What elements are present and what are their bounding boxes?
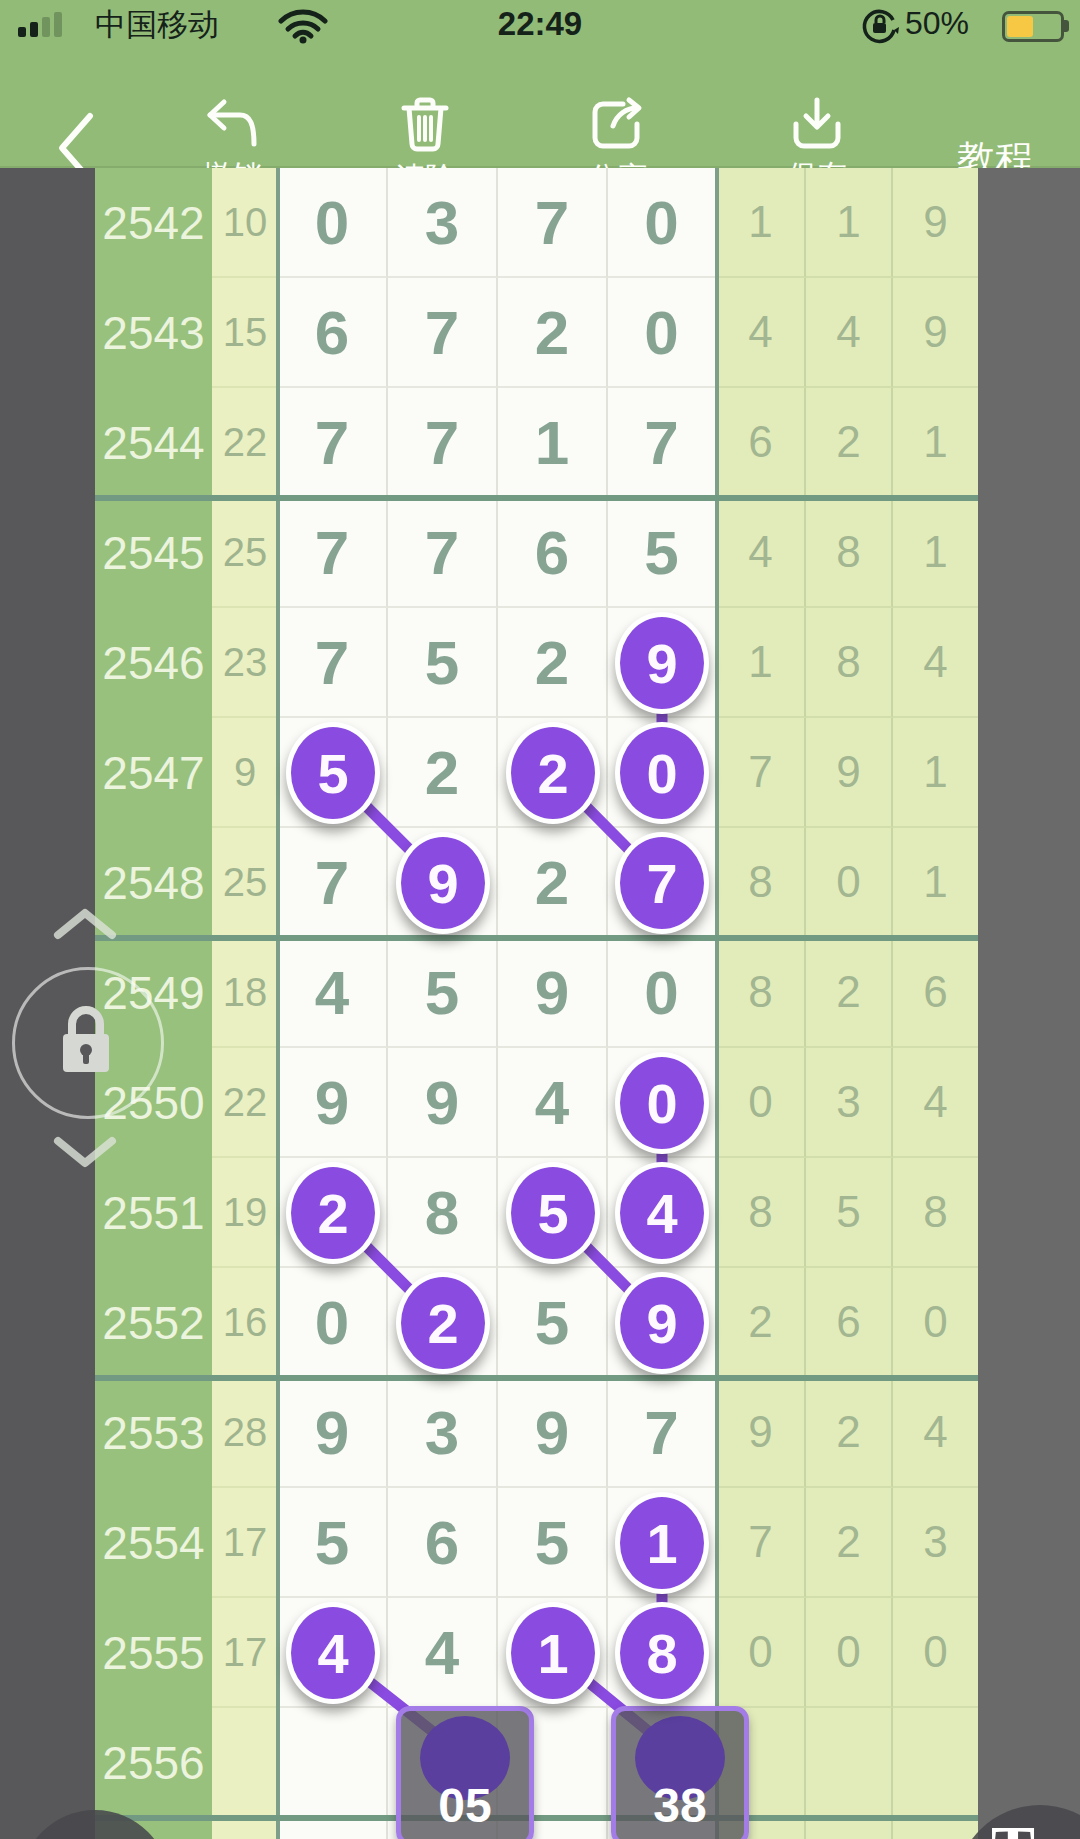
cell-2549-r3[interactable]: 6 bbox=[893, 938, 978, 1048]
cell-2545-d1[interactable]: 7 bbox=[278, 498, 388, 608]
cell-2542-r2[interactable]: 1 bbox=[806, 168, 893, 278]
cell-2543-r2[interactable]: 4 bbox=[806, 278, 893, 388]
cell-2542-d1[interactable]: 0 bbox=[278, 168, 388, 278]
cell-2542-r1[interactable]: 1 bbox=[717, 168, 806, 278]
cell-2550-r1[interactable]: 0 bbox=[717, 1048, 806, 1158]
cell-2542-r3[interactable]: 9 bbox=[893, 168, 978, 278]
issue-cell-2543: 2543 bbox=[95, 278, 212, 388]
cell-2542-d3[interactable]: 7 bbox=[498, 168, 608, 278]
selection-label: 38 bbox=[616, 1778, 744, 1833]
cell-2549-r2[interactable]: 2 bbox=[806, 938, 893, 1048]
cell-2550-d1[interactable]: 9 bbox=[278, 1048, 388, 1158]
cell-2554-r3[interactable]: 3 bbox=[893, 1488, 978, 1598]
issue-cell-2544: 2544 bbox=[95, 388, 212, 498]
issue-cell-2554: 2554 bbox=[95, 1488, 212, 1598]
cell-2553-r2[interactable]: 2 bbox=[806, 1378, 893, 1488]
cell-2554-r1[interactable]: 7 bbox=[717, 1488, 806, 1598]
cell-2550-d3[interactable]: 4 bbox=[498, 1048, 608, 1158]
lock-toggle[interactable] bbox=[12, 967, 164, 1119]
table-border-left-of-digits bbox=[276, 168, 280, 1839]
cell-2548-r2[interactable]: 0 bbox=[806, 828, 893, 938]
cell-2554-r2[interactable]: 2 bbox=[806, 1488, 893, 1598]
battery-fill bbox=[1007, 16, 1033, 37]
sum-cell-2545: 25 bbox=[212, 498, 278, 608]
cell-2548-d3[interactable]: 2 bbox=[498, 828, 608, 938]
sum-cell-2548: 25 bbox=[212, 828, 278, 938]
mark-circle-2548-d4[interactable]: 7 bbox=[615, 832, 709, 934]
sum-cell-2543: 15 bbox=[212, 278, 278, 388]
cell-2547-r2[interactable]: 9 bbox=[806, 718, 893, 828]
selection-box-05[interactable]: 05 bbox=[396, 1706, 534, 1839]
cell-2552-r1[interactable]: 2 bbox=[717, 1268, 806, 1378]
mark-circle-2552-d2[interactable]: 2 bbox=[396, 1272, 490, 1374]
cell-2546-r2[interactable]: 8 bbox=[806, 608, 893, 718]
table-border-right-of-digits bbox=[715, 168, 719, 1839]
cell-2551-r2[interactable]: 5 bbox=[806, 1158, 893, 1268]
cell-2545-d3[interactable]: 6 bbox=[498, 498, 608, 608]
sum-cell-2542: 10 bbox=[212, 168, 278, 278]
mark-circle-2550-d4[interactable]: 0 bbox=[615, 1052, 709, 1154]
issue-cell-2552: 2552 bbox=[95, 1268, 212, 1378]
sum-cell-2553: 28 bbox=[212, 1378, 278, 1488]
battery-percent-label: 50% bbox=[905, 5, 969, 42]
issue-cell-2553: 2553 bbox=[95, 1378, 212, 1488]
cell-2544-r2[interactable]: 2 bbox=[806, 388, 893, 498]
cell-2550-r3[interactable]: 4 bbox=[893, 1048, 978, 1158]
battery-icon bbox=[1002, 11, 1064, 42]
scroll-up-chevron[interactable] bbox=[50, 903, 120, 943]
sum-cell-2556 bbox=[212, 1708, 278, 1818]
sum-cell-2550: 22 bbox=[212, 1048, 278, 1158]
cell-2547-r1[interactable]: 7 bbox=[717, 718, 806, 828]
selection-box-38[interactable]: 38 bbox=[611, 1706, 749, 1839]
cell-2554-d2[interactable]: 6 bbox=[388, 1488, 498, 1598]
mark-circle-2546-d4[interactable]: 9 bbox=[615, 612, 709, 714]
mark-circle-2547-d1[interactable]: 5 bbox=[286, 722, 380, 824]
cell-2553-d1[interactable]: 9 bbox=[278, 1378, 388, 1488]
share-icon bbox=[589, 96, 647, 152]
cell-2549-d4[interactable]: 0 bbox=[608, 938, 717, 1048]
partial-next-row-cell-2 bbox=[278, 1818, 388, 1839]
cell-2545-r3[interactable]: 1 bbox=[893, 498, 978, 608]
cell-2543-r1[interactable]: 4 bbox=[717, 278, 806, 388]
text-tool-label: T bbox=[991, 1811, 1035, 1839]
cell-2543-d1[interactable]: 6 bbox=[278, 278, 388, 388]
mark-circle-2551-d4[interactable]: 4 bbox=[615, 1162, 709, 1264]
cell-2548-r1[interactable]: 8 bbox=[717, 828, 806, 938]
cell-2548-r3[interactable]: 1 bbox=[893, 828, 978, 938]
cell-2545-r1[interactable]: 4 bbox=[717, 498, 806, 608]
issue-cell-2542: 2542 bbox=[95, 168, 212, 278]
cell-2542-d2[interactable]: 3 bbox=[388, 168, 498, 278]
mark-circle-2547-d4[interactable]: 0 bbox=[615, 722, 709, 824]
cell-2545-r2[interactable]: 8 bbox=[806, 498, 893, 608]
issue-cell-2556: 2556 bbox=[95, 1708, 212, 1818]
mark-circle-2551-d3[interactable]: 5 bbox=[506, 1162, 600, 1264]
cell-2547-d2[interactable]: 2 bbox=[388, 718, 498, 828]
cell-2556-r2[interactable] bbox=[806, 1708, 893, 1818]
cell-2543-d3[interactable]: 2 bbox=[498, 278, 608, 388]
cell-2546-r1[interactable]: 1 bbox=[717, 608, 806, 718]
group-divider-after-2544 bbox=[95, 495, 978, 501]
cell-2547-r3[interactable]: 1 bbox=[893, 718, 978, 828]
cell-2546-d2[interactable]: 5 bbox=[388, 608, 498, 718]
issue-cell-2545: 2545 bbox=[95, 498, 212, 608]
issue-cell-2546: 2546 bbox=[95, 608, 212, 718]
mark-circle-2547-d3[interactable]: 2 bbox=[506, 722, 600, 824]
cell-2544-r1[interactable]: 6 bbox=[717, 388, 806, 498]
group-divider-after-2548 bbox=[95, 935, 978, 941]
cell-2549-d1[interactable]: 4 bbox=[278, 938, 388, 1048]
status-bar: 中国移动 22:49 50% bbox=[0, 0, 1080, 44]
cell-2551-d2[interactable]: 8 bbox=[388, 1158, 498, 1268]
sum-cell-2552: 16 bbox=[212, 1268, 278, 1378]
mark-circle-2551-d1[interactable]: 2 bbox=[286, 1162, 380, 1264]
issue-cell-2551: 2551 bbox=[95, 1158, 212, 1268]
cell-2553-r1[interactable]: 9 bbox=[717, 1378, 806, 1488]
mark-circle-2555-d3[interactable]: 1 bbox=[506, 1602, 600, 1704]
mark-circle-2548-d2[interactable]: 9 bbox=[396, 832, 490, 934]
cell-2544-d1[interactable]: 7 bbox=[278, 388, 388, 498]
cell-2545-d2[interactable]: 7 bbox=[388, 498, 498, 608]
cell-2553-r3[interactable]: 4 bbox=[893, 1378, 978, 1488]
cell-2552-r2[interactable]: 6 bbox=[806, 1268, 893, 1378]
cell-2549-d3[interactable]: 9 bbox=[498, 938, 608, 1048]
cell-2544-d4[interactable]: 7 bbox=[608, 388, 717, 498]
group-divider-after-2552 bbox=[95, 1375, 978, 1381]
cell-2556-d1[interactable] bbox=[278, 1708, 388, 1818]
cell-2551-r3[interactable]: 8 bbox=[893, 1158, 978, 1268]
cell-2556-r3[interactable] bbox=[893, 1708, 978, 1818]
sum-cell-2544: 22 bbox=[212, 388, 278, 498]
cell-2555-r1[interactable]: 0 bbox=[717, 1598, 806, 1708]
cell-2549-r1[interactable]: 8 bbox=[717, 938, 806, 1048]
cell-2554-d1[interactable]: 5 bbox=[278, 1488, 388, 1598]
right-edge-panel bbox=[978, 168, 1080, 1839]
mark-circle-2552-d4[interactable]: 9 bbox=[615, 1272, 709, 1374]
cell-2555-r2[interactable]: 0 bbox=[806, 1598, 893, 1708]
cell-2553-d3[interactable]: 9 bbox=[498, 1378, 608, 1488]
cell-2553-d4[interactable]: 7 bbox=[608, 1378, 717, 1488]
partial-next-row-cell-8 bbox=[893, 1818, 978, 1839]
cell-2552-r3[interactable]: 0 bbox=[893, 1268, 978, 1378]
cell-2543-r3[interactable]: 9 bbox=[893, 278, 978, 388]
mark-circle-2554-d4[interactable]: 1 bbox=[615, 1492, 709, 1594]
undo-icon bbox=[204, 96, 260, 150]
cell-2549-d2[interactable]: 5 bbox=[388, 938, 498, 1048]
sum-cell-2546: 23 bbox=[212, 608, 278, 718]
app-screen: 中国移动 22:49 50% bbox=[0, 0, 1080, 1839]
cell-2542-d4[interactable]: 0 bbox=[608, 168, 717, 278]
cell-2551-r1[interactable]: 8 bbox=[717, 1158, 806, 1268]
download-icon bbox=[789, 96, 845, 150]
cell-2550-d2[interactable]: 9 bbox=[388, 1048, 498, 1158]
cell-2546-d1[interactable]: 7 bbox=[278, 608, 388, 718]
sum-cell-2549: 18 bbox=[212, 938, 278, 1048]
issue-cell-2555: 2555 bbox=[95, 1598, 212, 1708]
mark-circle-2555-d1[interactable]: 4 bbox=[286, 1602, 380, 1704]
partial-next-row-cell-1 bbox=[212, 1818, 278, 1839]
sum-cell-2555: 17 bbox=[212, 1598, 278, 1708]
cell-2555-d2[interactable]: 4 bbox=[388, 1598, 498, 1708]
cell-2552-d1[interactable]: 0 bbox=[278, 1268, 388, 1378]
cell-2543-d4[interactable]: 0 bbox=[608, 278, 717, 388]
cell-2553-d2[interactable]: 3 bbox=[388, 1378, 498, 1488]
cell-2546-r3[interactable]: 4 bbox=[893, 608, 978, 718]
issue-cell-2547: 2547 bbox=[95, 718, 212, 828]
cell-2544-r3[interactable]: 1 bbox=[893, 388, 978, 498]
selection-label: 05 bbox=[401, 1778, 529, 1833]
cell-2550-r2[interactable]: 3 bbox=[806, 1048, 893, 1158]
mark-circle-2555-d4[interactable]: 8 bbox=[615, 1602, 709, 1704]
sum-cell-2554: 17 bbox=[212, 1488, 278, 1598]
cell-2555-r3[interactable]: 0 bbox=[893, 1598, 978, 1708]
partial-next-row-cell-7 bbox=[806, 1818, 893, 1839]
cell-2546-d3[interactable]: 2 bbox=[498, 608, 608, 718]
cell-2543-d2[interactable]: 7 bbox=[388, 278, 498, 388]
trash-icon bbox=[398, 96, 452, 152]
cell-2544-d2[interactable]: 7 bbox=[388, 388, 498, 498]
sum-cell-2547: 9 bbox=[212, 718, 278, 828]
cell-2544-d3[interactable]: 1 bbox=[498, 388, 608, 498]
group-divider-after-2556 bbox=[95, 1815, 978, 1821]
toolbar: 撤销 清除 分享 保存 教程 bbox=[0, 44, 1080, 168]
lock-icon bbox=[55, 1006, 117, 1078]
scroll-down-chevron[interactable] bbox=[50, 1133, 120, 1173]
cell-2548-d1[interactable]: 7 bbox=[278, 828, 388, 938]
trend-chart-table: 2542100370119254315672044925442277176212… bbox=[95, 168, 978, 1839]
cell-2554-d3[interactable]: 5 bbox=[498, 1488, 608, 1598]
cell-2545-d4[interactable]: 5 bbox=[608, 498, 717, 608]
cell-2552-d3[interactable]: 5 bbox=[498, 1268, 608, 1378]
sum-cell-2551: 19 bbox=[212, 1158, 278, 1268]
